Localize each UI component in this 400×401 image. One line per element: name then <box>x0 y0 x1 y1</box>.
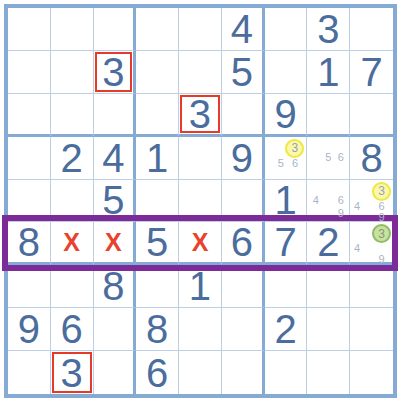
digit-r3c7: 9 <box>274 94 296 134</box>
candidate-4-r5c8: 4 <box>313 195 319 206</box>
cell-r4c4[interactable]: 1 <box>136 137 179 180</box>
cell-r8c4[interactable]: 8 <box>136 308 179 351</box>
cell-r4c6[interactable]: 9 <box>222 137 265 180</box>
candidate-slot: 4 <box>352 201 362 212</box>
cell-r5c1[interactable] <box>8 180 51 223</box>
cell-r4c1[interactable] <box>8 137 51 180</box>
candidate-slot <box>362 254 372 265</box>
candidates-r5c9: 3469 <box>352 182 391 220</box>
digit-r1c8: 3 <box>317 9 339 49</box>
candidate-slot: 6 <box>335 151 348 164</box>
cell-r7c3[interactable]: 8 <box>94 265 137 308</box>
cell-r2c5[interactable] <box>179 51 222 94</box>
cell-r5c4[interactable] <box>136 180 179 223</box>
candidate-5-r4c8: 5 <box>325 152 331 163</box>
candidate-4-r6c9: 4 <box>354 243 360 254</box>
candidate-slot: 6 <box>372 201 391 212</box>
cell-r2c4[interactable] <box>136 51 179 94</box>
cell-r1c4[interactable] <box>136 8 179 51</box>
cell-r7c7[interactable] <box>265 265 308 308</box>
digit-r7c5: 1 <box>189 266 211 306</box>
cell-r4c8[interactable]: 56 <box>307 137 350 180</box>
cell-r5c2[interactable] <box>51 180 94 223</box>
candidate-slot <box>362 212 372 223</box>
cell-r7c8[interactable] <box>307 265 350 308</box>
digit-r7c3: 8 <box>102 266 124 306</box>
candidate-slot <box>322 207 335 220</box>
cell-r1c2[interactable] <box>51 8 94 51</box>
digit-r4c2: 2 <box>61 138 83 178</box>
cell-r2c1[interactable] <box>8 51 51 94</box>
candidates-r4c7: 356 <box>267 139 305 177</box>
cell-r3c8[interactable] <box>307 94 350 137</box>
candidate-slot: 5 <box>322 151 335 164</box>
cell-r8c6[interactable] <box>222 308 265 351</box>
cell-r6c4[interactable]: 5 <box>136 222 179 265</box>
green-circled-candidate-3-r6c9: 3 <box>372 224 391 243</box>
candidate-slot: 3 <box>372 224 391 243</box>
cell-r6c5[interactable]: X <box>179 222 222 265</box>
candidate-slot <box>362 182 372 201</box>
candidate-slot: 6 <box>285 158 304 169</box>
cell-r7c4[interactable] <box>136 265 179 308</box>
cell-r1c8[interactable]: 3 <box>307 8 350 51</box>
cell-r2c8[interactable]: 1 <box>307 51 350 94</box>
candidate-slot <box>285 169 304 177</box>
candidate-slot: 4 <box>352 243 362 254</box>
cell-r1c9[interactable] <box>350 8 393 51</box>
candidate-slot <box>322 139 335 152</box>
candidate-slot <box>322 194 335 207</box>
cell-r7c2[interactable] <box>51 265 94 308</box>
cell-r6c1[interactable]: 8 <box>8 222 51 265</box>
digit-r9c4: 6 <box>146 353 168 393</box>
candidate-slot <box>267 139 276 158</box>
candidate-slot: 9 <box>372 212 391 223</box>
digit-r6c6: 6 <box>231 222 253 262</box>
candidates-r4c8: 56 <box>309 139 347 177</box>
cell-r8c9[interactable] <box>350 308 393 351</box>
cell-r3c1[interactable] <box>8 94 51 137</box>
candidate-slot <box>267 158 276 169</box>
cell-r4c9[interactable]: 8 <box>350 137 393 180</box>
candidate-slot: 3 <box>372 182 391 201</box>
candidate-slot <box>267 169 276 177</box>
digit-r2c3: 3 <box>102 52 124 92</box>
cell-r8c2[interactable]: 6 <box>51 308 94 351</box>
digit-r2c9: 7 <box>360 52 382 92</box>
candidate-slot <box>335 139 348 152</box>
cell-r3c4[interactable] <box>136 94 179 137</box>
cell-r9c8[interactable] <box>307 351 350 394</box>
cell-r9c2[interactable]: 3 <box>51 351 94 394</box>
digit-r6c4: 5 <box>146 222 168 262</box>
candidate-6-r5c8: 6 <box>338 195 344 206</box>
cell-r3c5[interactable]: 3 <box>179 94 222 137</box>
yellow-circled-candidate-3-r4c7: 3 <box>285 139 304 158</box>
x-mark-r6c5: X <box>192 230 209 255</box>
cell-r6c7[interactable]: 7 <box>265 222 308 265</box>
cell-r3c3[interactable] <box>94 94 137 137</box>
candidate-slot <box>352 182 362 201</box>
digit-r4c6: 9 <box>231 138 253 178</box>
cell-r9c1[interactable] <box>8 351 51 394</box>
cell-r5c6[interactable] <box>222 180 265 223</box>
candidate-slot <box>362 201 372 212</box>
candidate-slot: 9 <box>372 254 391 265</box>
cell-r8c7[interactable]: 2 <box>265 308 308 351</box>
digit-r6c1: 8 <box>18 222 40 262</box>
cell-r1c3[interactable] <box>94 8 137 51</box>
candidate-4-r5c9: 4 <box>354 201 360 212</box>
candidate-slot <box>309 139 322 152</box>
digit-r6c8: 2 <box>317 222 339 262</box>
candidate-slot <box>362 224 372 243</box>
candidates-r6c9: 349 <box>352 224 391 260</box>
digit-r3c5: 3 <box>189 94 211 134</box>
candidate-9-r5c9: 9 <box>378 212 384 223</box>
candidate-9-r6c9: 9 <box>378 254 384 265</box>
sudoku-app: 4335173924193565685146934698XX5X67234981… <box>0 0 400 401</box>
digit-r2c6: 5 <box>231 52 253 92</box>
candidates-r5c8: 469 <box>309 182 347 220</box>
cell-r7c1[interactable] <box>8 265 51 308</box>
candidate-9-r5c8: 9 <box>338 208 344 219</box>
cell-r5c9[interactable]: 3469 <box>350 180 393 223</box>
digit-r5c3: 5 <box>102 180 124 220</box>
candidate-slot <box>335 182 348 195</box>
sudoku-board: 4335173924193565685146934698XX5X67234981… <box>4 4 397 398</box>
cell-r6c8[interactable]: 2 <box>307 222 350 265</box>
cell-r4c2[interactable]: 2 <box>51 137 94 180</box>
cell-r9c3[interactable] <box>94 351 137 394</box>
candidate-slot <box>309 151 322 164</box>
candidate-slot <box>335 164 348 177</box>
cell-r5c7[interactable]: 1 <box>265 180 308 223</box>
cell-r9c9[interactable] <box>350 351 393 394</box>
cell-r2c6[interactable]: 5 <box>222 51 265 94</box>
candidate-slot: 3 <box>285 139 304 158</box>
cell-r8c3[interactable] <box>94 308 137 351</box>
candidate-slot: 5 <box>276 158 285 169</box>
candidate-slot <box>322 164 335 177</box>
candidate-slot <box>352 224 362 243</box>
cell-r7c6[interactable] <box>222 265 265 308</box>
digit-r6c7: 7 <box>274 222 296 262</box>
digit-r4c3: 4 <box>102 138 124 178</box>
x-mark-r6c3: X <box>105 230 122 255</box>
cell-r2c9[interactable]: 7 <box>350 51 393 94</box>
cell-r8c1[interactable]: 9 <box>8 308 51 351</box>
cell-r7c5[interactable]: 1 <box>179 265 222 308</box>
cell-r3c9[interactable] <box>350 94 393 137</box>
x-mark-r6c2: X <box>63 230 80 255</box>
candidate-6-r4c7: 6 <box>292 158 298 169</box>
candidate-slot <box>322 182 335 195</box>
cell-r3c6[interactable] <box>222 94 265 137</box>
cell-r3c2[interactable] <box>51 94 94 137</box>
cell-r2c7[interactable] <box>265 51 308 94</box>
cell-r6c2[interactable]: X <box>51 222 94 265</box>
candidate-slot <box>352 212 362 223</box>
candidate-slot <box>276 139 285 158</box>
cell-r6c6[interactable]: 6 <box>222 222 265 265</box>
cell-r5c3[interactable]: 5 <box>94 180 137 223</box>
cell-r5c5[interactable] <box>179 180 222 223</box>
cell-r1c1[interactable] <box>8 8 51 51</box>
candidate-slot: 4 <box>309 194 322 207</box>
cell-r4c7[interactable]: 356 <box>265 137 308 180</box>
cell-r9c4[interactable]: 6 <box>136 351 179 394</box>
digit-r8c7: 2 <box>274 309 296 349</box>
candidate-slot <box>276 169 285 177</box>
digit-r8c1: 9 <box>18 309 40 349</box>
digit-r4c9: 8 <box>360 138 382 178</box>
candidate-6-r4c8: 6 <box>338 152 344 163</box>
candidate-6-r5c9: 6 <box>378 201 384 212</box>
cell-r9c7[interactable] <box>265 351 308 394</box>
digit-r8c4: 8 <box>146 309 168 349</box>
cell-r8c8[interactable] <box>307 308 350 351</box>
cell-r9c6[interactable] <box>222 351 265 394</box>
digit-r5c7: 1 <box>274 180 296 220</box>
digit-r2c8: 1 <box>317 52 339 92</box>
candidate-slot <box>372 243 391 254</box>
cell-r4c5[interactable] <box>179 137 222 180</box>
cell-r1c6[interactable]: 4 <box>222 8 265 51</box>
digit-r4c4: 1 <box>146 138 168 178</box>
cell-r9c5[interactable] <box>179 351 222 394</box>
cell-r7c9[interactable] <box>350 265 393 308</box>
cell-r2c3[interactable]: 3 <box>94 51 137 94</box>
candidate-slot <box>362 243 372 254</box>
candidate-slot: 6 <box>335 194 348 207</box>
cell-r2c2[interactable] <box>51 51 94 94</box>
cell-r4c3[interactable]: 4 <box>94 137 137 180</box>
digit-r1c6: 4 <box>231 9 253 49</box>
candidate-slot: 9 <box>335 207 348 220</box>
digit-r9c2: 3 <box>61 353 83 393</box>
cell-r1c5[interactable] <box>179 8 222 51</box>
candidate-slot <box>309 207 322 220</box>
candidate-slot <box>309 182 322 195</box>
candidate-slot <box>309 164 322 177</box>
cell-r6c9[interactable]: 349 <box>350 222 393 265</box>
candidate-slot <box>352 254 362 265</box>
cell-r8c5[interactable] <box>179 308 222 351</box>
candidate-5-r4c7: 5 <box>278 158 284 169</box>
cell-r1c7[interactable] <box>265 8 308 51</box>
cell-r6c3[interactable]: X <box>94 222 137 265</box>
yellow-circled-candidate-3-r5c9: 3 <box>372 182 391 201</box>
cell-r3c7[interactable]: 9 <box>265 94 308 137</box>
cell-r5c8[interactable]: 469 <box>307 180 350 223</box>
digit-r8c2: 6 <box>61 309 83 349</box>
